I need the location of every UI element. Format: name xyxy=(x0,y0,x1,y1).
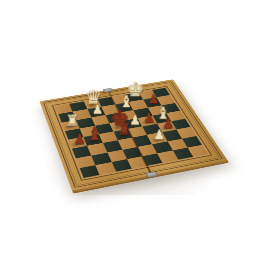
square-d4[interactable]: ♜ xyxy=(113,129,132,140)
square-g1[interactable] xyxy=(172,148,193,160)
red-rook[interactable]: ♜ xyxy=(109,123,140,138)
photo-scene: ♛♚♟♝♟♜♚♟♟♝♟♝♜♟♟ xyxy=(0,0,259,259)
red-pawn[interactable]: ♟ xyxy=(64,133,95,146)
checker-border: ♛♚♟♝♟♜♚♟♟♝♟♝♜♟♟ xyxy=(52,86,212,181)
white-pawn[interactable]: ♟ xyxy=(144,128,175,141)
board-grid: ♛♚♟♝♟♜♚♟♟♝♟♝♜♟♟ xyxy=(55,88,208,178)
